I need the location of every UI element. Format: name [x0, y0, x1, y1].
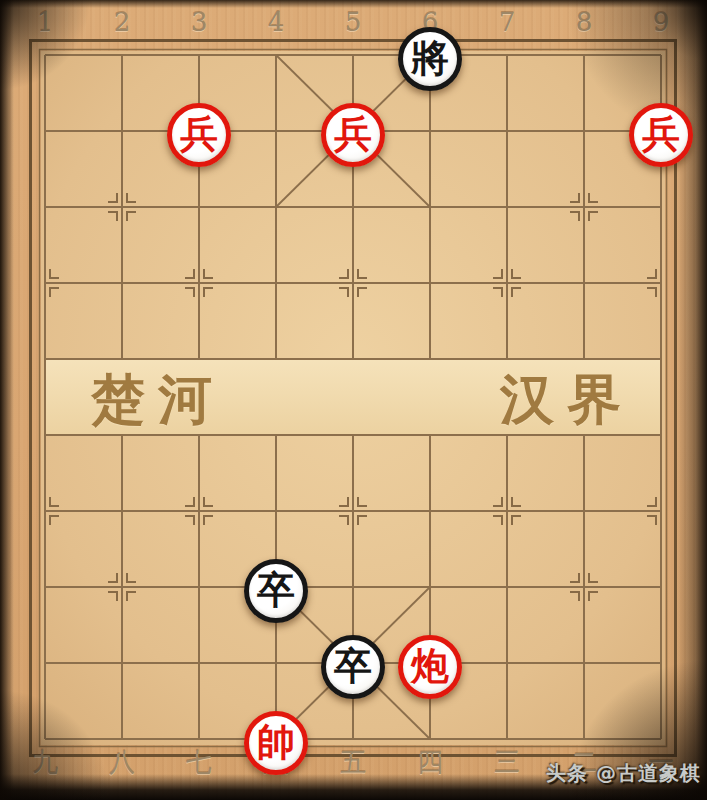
river-label-chu-he: 楚河 — [91, 370, 225, 428]
piece-black-pawn-2[interactable]: 卒 — [321, 635, 385, 699]
bottom-coord-2: 八 — [109, 745, 135, 780]
bottom-coord-1: 九 — [32, 745, 58, 780]
piece-red-pawn-1[interactable]: 兵 — [167, 103, 231, 167]
piece-red-pawn-3[interactable]: 兵 — [629, 103, 693, 167]
top-coord-7: 7 — [499, 7, 516, 37]
piece-red-pawn-2[interactable]: 兵 — [321, 103, 385, 167]
top-coord-3: 3 — [191, 7, 208, 37]
piece-red-cannon[interactable]: 炮 — [398, 635, 462, 699]
piece-red-general[interactable]: 帥 — [244, 711, 308, 775]
bottom-coord-7: 三 — [494, 745, 520, 780]
top-coord-8: 8 — [576, 7, 593, 37]
watermark-text: 头条 @古道象棋 — [546, 760, 701, 787]
top-coord-2: 2 — [114, 7, 131, 37]
top-coord-9: 9 — [653, 7, 670, 37]
top-coord-1: 1 — [37, 7, 54, 37]
top-coord-5: 5 — [345, 7, 362, 37]
piece-black-pawn-1[interactable]: 卒 — [244, 559, 308, 623]
bottom-coord-6: 四 — [417, 745, 443, 780]
bottom-coord-3: 七 — [186, 745, 212, 780]
xiangqi-board[interactable]: 123456789 九八七六五四三二一 楚河 汉界 將兵兵兵卒卒炮帥 头条 @古… — [0, 0, 707, 800]
top-coord-4: 4 — [268, 7, 285, 37]
bottom-coord-5: 五 — [340, 745, 366, 780]
piece-black-general[interactable]: 將 — [398, 27, 462, 91]
river-label-han-jie: 汉界 — [500, 370, 634, 428]
